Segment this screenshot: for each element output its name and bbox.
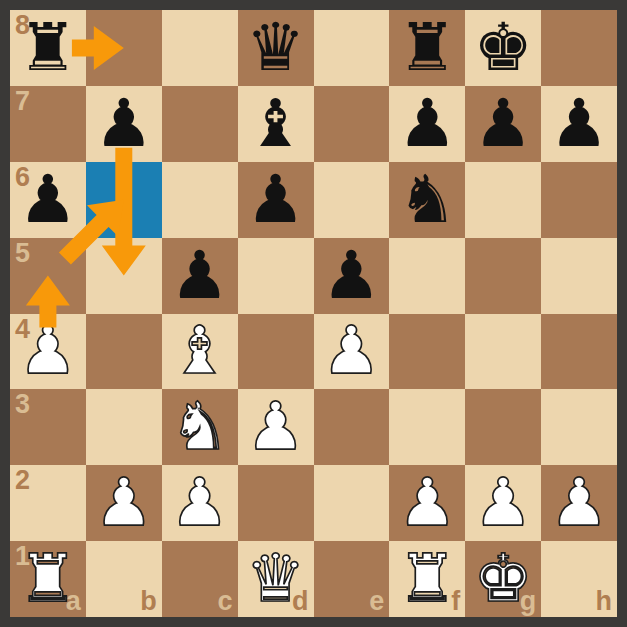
square-e7[interactable] xyxy=(314,86,390,162)
square-a4[interactable]: 4♟ xyxy=(10,314,86,390)
square-c6[interactable] xyxy=(162,162,238,238)
square-g8[interactable]: ♚ xyxy=(465,10,541,86)
chess-board: 8♜♛♜♚7♟♝♟♟♟6♟♟♞5♟♟4♟♝♟3♞♟2♟♟♟♟♟1a♜bcd♛ef… xyxy=(10,10,617,617)
square-d2[interactable] xyxy=(238,465,314,541)
square-c7[interactable] xyxy=(162,86,238,162)
square-c1[interactable]: c xyxy=(162,541,238,617)
rank-label-7: 7 xyxy=(15,88,30,115)
square-g6[interactable] xyxy=(465,162,541,238)
rank-label-5: 5 xyxy=(15,240,30,267)
square-f2[interactable]: ♟ xyxy=(389,465,465,541)
piece-white-rook[interactable]: ♜ xyxy=(389,541,465,617)
piece-white-pawn[interactable]: ♟ xyxy=(314,314,390,390)
square-h6[interactable] xyxy=(541,162,617,238)
file-label-b: b xyxy=(140,588,157,615)
piece-black-knight[interactable]: ♞ xyxy=(389,162,465,238)
square-a3[interactable]: 3 xyxy=(10,389,86,465)
board-frame: 8♜♛♜♚7♟♝♟♟♟6♟♟♞5♟♟4♟♝♟3♞♟2♟♟♟♟♟1a♜bcd♛ef… xyxy=(0,0,627,627)
square-d7[interactable]: ♝ xyxy=(238,86,314,162)
piece-black-rook[interactable]: ♜ xyxy=(10,10,86,86)
square-h2[interactable]: ♟ xyxy=(541,465,617,541)
square-c8[interactable] xyxy=(162,10,238,86)
square-a1[interactable]: 1a♜ xyxy=(10,541,86,617)
square-g5[interactable] xyxy=(465,238,541,314)
square-g2[interactable]: ♟ xyxy=(465,465,541,541)
piece-white-rook[interactable]: ♜ xyxy=(10,541,86,617)
piece-black-pawn[interactable]: ♟ xyxy=(10,162,86,238)
piece-black-pawn[interactable]: ♟ xyxy=(314,238,390,314)
square-d1[interactable]: d♛ xyxy=(238,541,314,617)
piece-black-pawn[interactable]: ♟ xyxy=(238,162,314,238)
piece-white-bishop[interactable]: ♝ xyxy=(162,314,238,390)
piece-white-pawn[interactable]: ♟ xyxy=(10,314,86,390)
square-d3[interactable]: ♟ xyxy=(238,389,314,465)
square-c3[interactable]: ♞ xyxy=(162,389,238,465)
square-d8[interactable]: ♛ xyxy=(238,10,314,86)
square-e2[interactable] xyxy=(314,465,390,541)
piece-black-pawn[interactable]: ♟ xyxy=(389,86,465,162)
square-f3[interactable] xyxy=(389,389,465,465)
piece-white-pawn[interactable]: ♟ xyxy=(162,465,238,541)
square-a7[interactable]: 7 xyxy=(10,86,86,162)
piece-white-pawn[interactable]: ♟ xyxy=(389,465,465,541)
rank-label-3: 3 xyxy=(15,391,30,418)
piece-white-pawn[interactable]: ♟ xyxy=(238,389,314,465)
square-h1[interactable]: h xyxy=(541,541,617,617)
square-h5[interactable] xyxy=(541,238,617,314)
square-a5[interactable]: 5 xyxy=(10,238,86,314)
piece-black-pawn[interactable]: ♟ xyxy=(162,238,238,314)
piece-black-king[interactable]: ♚ xyxy=(465,10,541,86)
square-d6[interactable]: ♟ xyxy=(238,162,314,238)
square-b1[interactable]: b xyxy=(86,541,162,617)
square-h8[interactable] xyxy=(541,10,617,86)
square-g7[interactable]: ♟ xyxy=(465,86,541,162)
square-b8[interactable] xyxy=(86,10,162,86)
square-b6[interactable] xyxy=(86,162,162,238)
square-b7[interactable]: ♟ xyxy=(86,86,162,162)
square-a2[interactable]: 2 xyxy=(10,465,86,541)
file-label-e: e xyxy=(369,588,384,615)
square-e6[interactable] xyxy=(314,162,390,238)
piece-black-bishop[interactable]: ♝ xyxy=(238,86,314,162)
square-a8[interactable]: 8♜ xyxy=(10,10,86,86)
square-d4[interactable] xyxy=(238,314,314,390)
square-h3[interactable] xyxy=(541,389,617,465)
square-f1[interactable]: f♜ xyxy=(389,541,465,617)
square-e8[interactable] xyxy=(314,10,390,86)
square-h7[interactable]: ♟ xyxy=(541,86,617,162)
square-b4[interactable] xyxy=(86,314,162,390)
square-f6[interactable]: ♞ xyxy=(389,162,465,238)
square-g1[interactable]: g♚ xyxy=(465,541,541,617)
piece-black-rook[interactable]: ♜ xyxy=(389,10,465,86)
square-c2[interactable]: ♟ xyxy=(162,465,238,541)
piece-white-pawn[interactable]: ♟ xyxy=(465,465,541,541)
piece-white-king[interactable]: ♚ xyxy=(465,541,541,617)
square-f4[interactable] xyxy=(389,314,465,390)
square-b5[interactable] xyxy=(86,238,162,314)
piece-black-pawn[interactable]: ♟ xyxy=(465,86,541,162)
piece-white-knight[interactable]: ♞ xyxy=(162,389,238,465)
file-label-h: h xyxy=(596,588,613,615)
square-e1[interactable]: e xyxy=(314,541,390,617)
piece-white-pawn[interactable]: ♟ xyxy=(86,465,162,541)
piece-white-queen[interactable]: ♛ xyxy=(238,541,314,617)
piece-black-queen[interactable]: ♛ xyxy=(238,10,314,86)
square-f7[interactable]: ♟ xyxy=(389,86,465,162)
square-c4[interactable]: ♝ xyxy=(162,314,238,390)
square-g4[interactable] xyxy=(465,314,541,390)
square-f5[interactable] xyxy=(389,238,465,314)
rank-label-2: 2 xyxy=(15,467,30,494)
square-e3[interactable] xyxy=(314,389,390,465)
piece-black-pawn[interactable]: ♟ xyxy=(86,86,162,162)
square-e5[interactable]: ♟ xyxy=(314,238,390,314)
piece-black-pawn[interactable]: ♟ xyxy=(541,86,617,162)
square-e4[interactable]: ♟ xyxy=(314,314,390,390)
square-b3[interactable] xyxy=(86,389,162,465)
square-c5[interactable]: ♟ xyxy=(162,238,238,314)
piece-white-pawn[interactable]: ♟ xyxy=(541,465,617,541)
file-label-c: c xyxy=(218,588,233,615)
square-d5[interactable] xyxy=(238,238,314,314)
square-b2[interactable]: ♟ xyxy=(86,465,162,541)
square-a6[interactable]: 6♟ xyxy=(10,162,86,238)
square-f8[interactable]: ♜ xyxy=(389,10,465,86)
square-g3[interactable] xyxy=(465,389,541,465)
square-h4[interactable] xyxy=(541,314,617,390)
